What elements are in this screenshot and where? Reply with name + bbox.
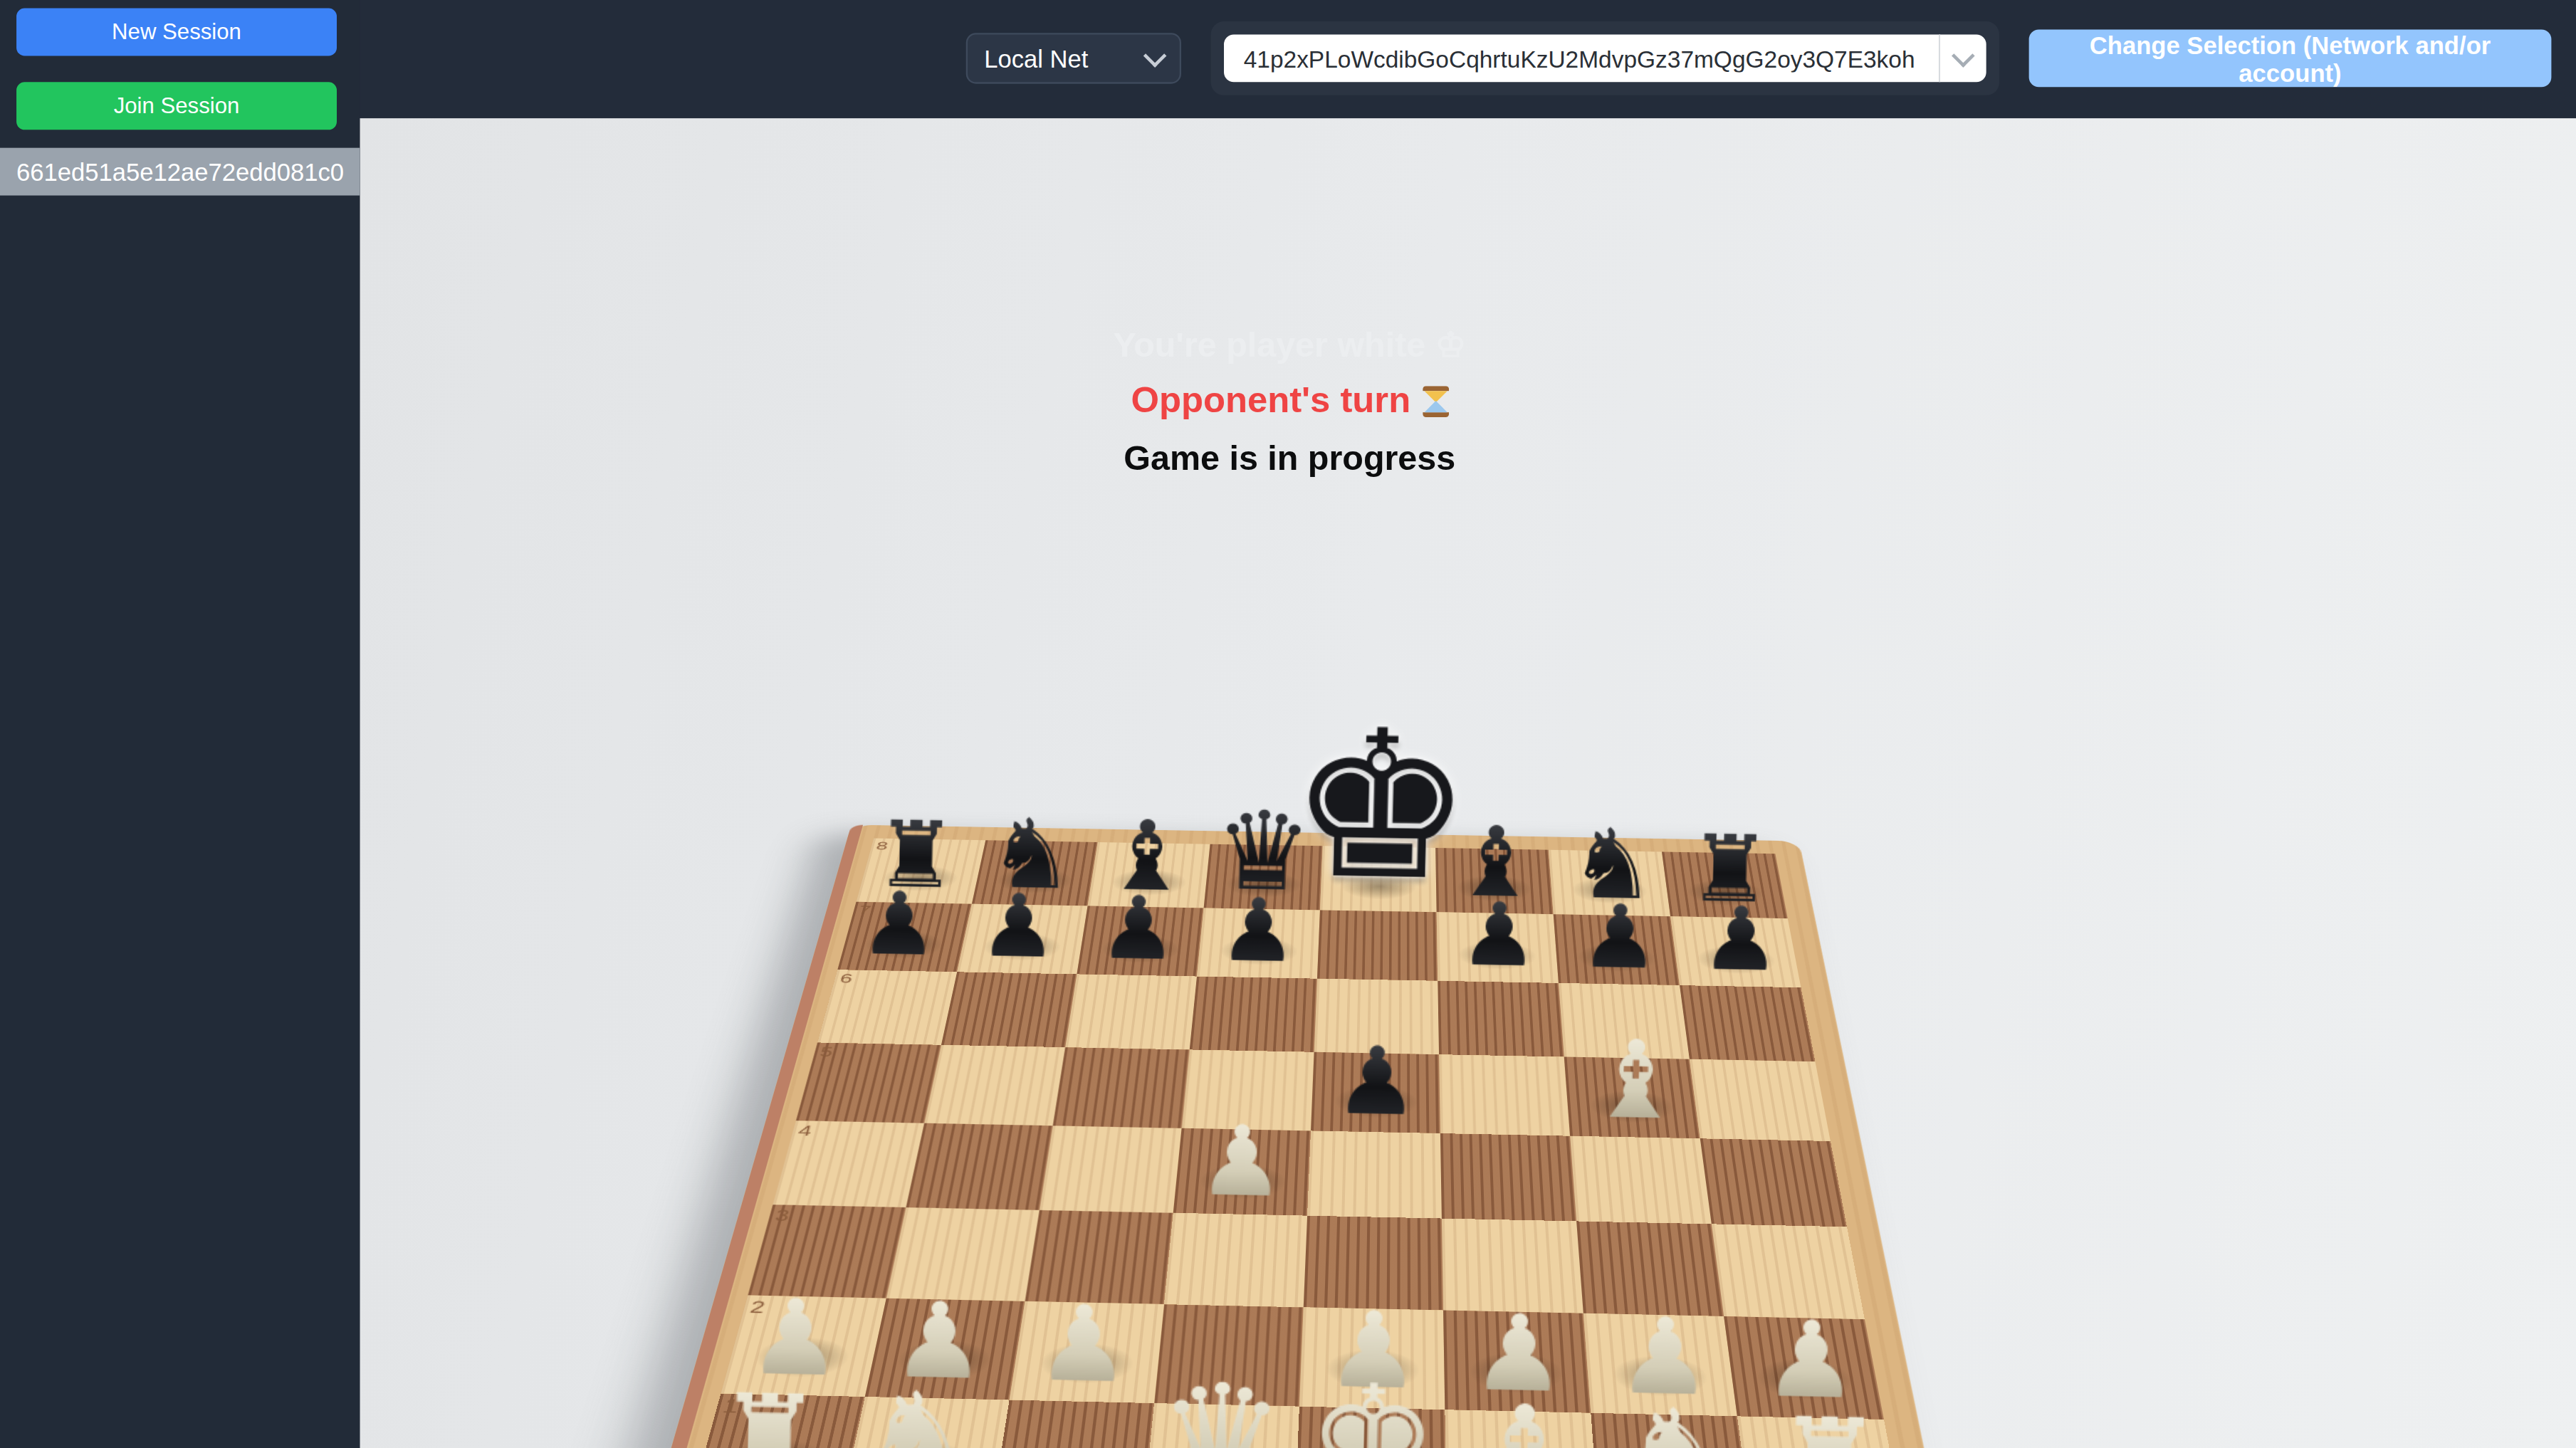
piece-white-queen-d1[interactable]: ♛ [1156, 1365, 1287, 1448]
square-e7[interactable] [1317, 910, 1438, 980]
square-d1[interactable]: ♛ [1143, 1403, 1299, 1448]
square-g1[interactable]: ♞ [1591, 1413, 1752, 1448]
piece-white-bishop-f1[interactable]: ♝ [1466, 1387, 1582, 1448]
square-a4[interactable]: 4 [773, 1121, 924, 1207]
status-turn-line: Opponent's turn [360, 379, 2219, 422]
piece-white-pawn-c2[interactable]: ♟ [1035, 1291, 1131, 1398]
piece-black-king-e8[interactable]: ♚ [1287, 703, 1475, 910]
piece-white-king-e1[interactable]: ♚ [1306, 1365, 1440, 1448]
square-a7[interactable]: 7♟ [837, 902, 972, 972]
piece-black-pawn-d7[interactable]: ♟ [1218, 887, 1298, 975]
rank-label-4: 4 [796, 1123, 814, 1140]
rank-label-3: 3 [773, 1207, 792, 1226]
square-d3[interactable] [1164, 1213, 1307, 1308]
square-c7[interactable]: ♟ [1077, 906, 1203, 977]
piece-black-pawn-c7[interactable]: ♟ [1099, 885, 1178, 973]
square-g7[interactable]: ♟ [1554, 914, 1680, 985]
square-f7[interactable]: ♟ [1437, 912, 1559, 983]
square-g4[interactable] [1570, 1136, 1712, 1224]
chess-board: 8♜♞♝♛♚♝♞♜7♟♟♟♟♟♟♟65♟♝4♟32♟♟♟♟♟♟♟1♜♞♛♚♝♞♜ [643, 825, 1950, 1448]
new-session-button[interactable]: New Session [16, 9, 337, 56]
network-select[interactable]: Local Net [966, 33, 1181, 84]
piece-white-knight-g1[interactable]: ♞ [1618, 1391, 1734, 1448]
piece-white-pawn-d4[interactable]: ♟ [1197, 1113, 1286, 1212]
piece-black-pawn-e5[interactable]: ♟ [1334, 1034, 1420, 1130]
square-h7[interactable]: ♟ [1670, 916, 1801, 987]
square-c6[interactable] [1065, 974, 1197, 1049]
piece-black-pawn-g7[interactable]: ♟ [1579, 893, 1660, 982]
join-session-button[interactable]: Join Session [16, 82, 337, 130]
square-e1[interactable]: ♚ [1295, 1407, 1447, 1448]
square-a5[interactable]: 5 [796, 1042, 941, 1123]
square-e4[interactable] [1307, 1130, 1442, 1218]
square-b1[interactable]: ♞ [842, 1397, 1009, 1448]
chevron-down-icon [1952, 43, 1975, 67]
square-a1[interactable]: 1♜ [691, 1394, 865, 1448]
square-g5[interactable]: ♝ [1564, 1057, 1700, 1139]
account-input[interactable] [1224, 34, 1940, 82]
account-input-wrap [1211, 21, 2000, 95]
square-c1[interactable] [993, 1400, 1154, 1448]
square-d6[interactable] [1190, 977, 1317, 1052]
square-h5[interactable] [1690, 1059, 1831, 1141]
rank-label-5: 5 [818, 1044, 835, 1061]
app-root: Local Net Change Selection (Network and/… [0, 0, 2576, 1448]
square-b6[interactable] [941, 972, 1077, 1047]
square-c5[interactable] [1053, 1047, 1190, 1128]
square-d7[interactable]: ♟ [1197, 908, 1320, 979]
piece-black-pawn-h7[interactable]: ♟ [1700, 896, 1781, 985]
piece-white-knight-b1[interactable]: ♞ [862, 1374, 977, 1448]
square-b4[interactable] [906, 1123, 1052, 1210]
square-f6[interactable] [1438, 981, 1564, 1057]
square-h4[interactable] [1700, 1138, 1847, 1227]
square-f4[interactable] [1440, 1133, 1576, 1221]
piece-white-bishop-g5[interactable]: ♝ [1586, 1025, 1685, 1135]
piece-black-pawn-f7[interactable]: ♟ [1459, 891, 1539, 980]
square-e8[interactable]: ♚ [1320, 846, 1437, 912]
square-f5[interactable] [1439, 1054, 1570, 1136]
square-c2[interactable]: ♟ [1010, 1301, 1164, 1403]
network-select-value: Local Net [984, 44, 1088, 72]
rank-label-6: 6 [838, 971, 854, 987]
game-area: You're player white ♔ Opponent's turn Ga… [360, 118, 2576, 1448]
square-h1[interactable]: ♜ [1737, 1416, 1905, 1448]
piece-white-rook-h1[interactable]: ♜ [1774, 1401, 1884, 1448]
hourglass-icon [1422, 386, 1448, 417]
square-c4[interactable] [1040, 1126, 1182, 1212]
square-b7[interactable]: ♟ [957, 904, 1087, 975]
square-h6[interactable] [1680, 985, 1815, 1061]
piece-black-pawn-a7[interactable]: ♟ [859, 881, 939, 969]
square-f1[interactable]: ♝ [1445, 1410, 1598, 1448]
session-list-item[interactable]: 661ed51a5e12ae72edd081c0 [0, 148, 360, 196]
piece-black-pawn-b7[interactable]: ♟ [979, 883, 1059, 971]
square-d4[interactable]: ♟ [1173, 1128, 1311, 1216]
chevron-down-icon [1143, 43, 1167, 67]
square-e5[interactable]: ♟ [1311, 1052, 1440, 1133]
piece-white-rook-a1[interactable]: ♜ [715, 1378, 824, 1448]
square-a6[interactable]: 6 [817, 970, 957, 1045]
square-b5[interactable] [924, 1045, 1065, 1126]
status-panel: You're player white ♔ Opponent's turn Ga… [360, 325, 2219, 478]
account-dropdown-toggle[interactable] [1939, 34, 1986, 82]
status-game-line: Game is in progress [360, 439, 2219, 478]
change-selection-button[interactable]: Change Selection (Network and/or account… [2029, 30, 2552, 88]
sidebar: New Session Join Session 661ed51a5e12ae7… [0, 0, 360, 1448]
top-bar: Local Net Change Selection (Network and/… [0, 0, 2576, 118]
status-player-line: You're player white ♔ [360, 325, 2219, 364]
